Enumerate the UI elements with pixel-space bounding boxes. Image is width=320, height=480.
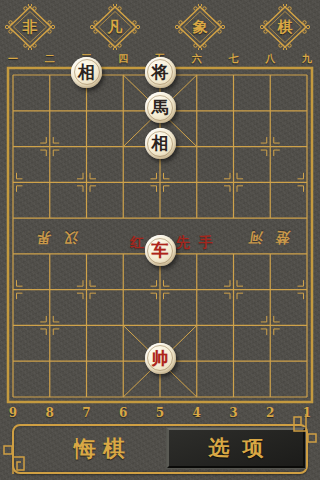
intersection-r3-c9[interactable] [289,164,320,200]
intersection-r6-c8[interactable] [252,272,289,308]
intersection-r1-c7[interactable] [215,93,252,129]
intersection-r1-c8[interactable] [252,93,289,129]
piece-glyph: 馬 [152,99,169,116]
intersection-r4-c6[interactable] [178,200,215,236]
screen: { "game": "xiangqi", "app": { "title": "… [0,0,320,480]
intersection-r6-c9[interactable] [289,272,320,308]
intersection-r9-c5[interactable] [142,379,179,415]
intersection-r4-c1[interactable] [0,200,31,236]
intersection-r8-c3[interactable] [68,343,105,379]
intersection-r5-c8[interactable] [252,236,289,272]
intersection-r2-c2[interactable] [31,129,68,165]
intersection-r3-c6[interactable] [178,164,215,200]
intersection-r0-c9[interactable] [289,57,320,93]
intersection-r3-c5[interactable] [142,164,179,200]
intersection-r1-c1[interactable] [0,93,31,129]
scroll-corner-left-icon [2,444,26,476]
intersection-r7-c6[interactable] [178,307,215,343]
intersection-r6-c6[interactable] [178,272,215,308]
intersection-r8-c8[interactable] [252,343,289,379]
intersection-r1-c4[interactable] [105,93,142,129]
intersection-r1-c2[interactable] [31,93,68,129]
intersection-r5-c2[interactable] [31,236,68,272]
intersection-r4-c8[interactable] [252,200,289,236]
intersection-r2-c1[interactable] [0,129,31,165]
intersection-r7-c7[interactable] [215,307,252,343]
piece-glyph: 相 [78,64,95,81]
intersection-r2-c7[interactable] [215,129,252,165]
intersection-r9-c1[interactable] [0,379,31,415]
intersection-r0-c1[interactable] [0,57,31,93]
intersection-r7-c3[interactable] [68,307,105,343]
intersection-r2-c8[interactable] [252,129,289,165]
piece-black-general[interactable]: 将 [145,57,176,88]
intersection-r9-c2[interactable] [31,379,68,415]
intersection-r7-c5[interactable] [142,307,179,343]
piece-black-elephant[interactable]: 相 [145,128,176,159]
piece-black-horse[interactable]: 馬 [145,92,176,123]
piece-glyph: 车 [152,242,169,259]
intersection-r7-c9[interactable] [289,307,320,343]
intersection-r4-c9[interactable] [289,200,320,236]
intersection-r1-c9[interactable] [289,93,320,129]
options-button[interactable]: 选项 [167,428,305,468]
intersection-r8-c9[interactable] [289,343,320,379]
piece-glyph: 帅 [152,350,169,367]
intersection-r6-c5[interactable] [142,272,179,308]
intersection-r3-c3[interactable] [68,164,105,200]
intersection-r5-c3[interactable] [68,236,105,272]
options-button-label: 选项 [209,434,277,462]
intersection-r5-c4[interactable] [105,236,142,272]
intersection-r6-c7[interactable] [215,272,252,308]
intersection-r0-c2[interactable] [31,57,68,93]
intersection-r3-c4[interactable] [105,164,142,200]
intersection-r2-c9[interactable] [289,129,320,165]
intersection-r5-c7[interactable] [215,236,252,272]
intersection-r9-c3[interactable] [68,379,105,415]
intersection-r8-c6[interactable] [178,343,215,379]
intersection-r0-c4[interactable] [105,57,142,93]
intersection-r1-c3[interactable] [68,93,105,129]
intersection-r2-c3[interactable] [68,129,105,165]
intersection-r3-c1[interactable] [0,164,31,200]
intersection-r4-c7[interactable] [215,200,252,236]
intersection-r4-c2[interactable] [31,200,68,236]
intersection-r8-c4[interactable] [105,343,142,379]
intersection-r4-c5[interactable] [142,200,179,236]
intersection-r2-c4[interactable] [105,129,142,165]
intersection-r8-c1[interactable] [0,343,31,379]
intersection-r6-c1[interactable] [0,272,31,308]
intersection-r9-c6[interactable] [178,379,215,415]
intersection-r7-c4[interactable] [105,307,142,343]
intersection-r9-c8[interactable] [252,379,289,415]
scroll-corner-right-icon [292,412,318,446]
intersection-r6-c2[interactable] [31,272,68,308]
intersection-r8-c2[interactable] [31,343,68,379]
intersection-r3-c7[interactable] [215,164,252,200]
intersection-r3-c2[interactable] [31,164,68,200]
intersection-r6-c3[interactable] [68,272,105,308]
intersection-r5-c1[interactable] [0,236,31,272]
intersection-r2-c6[interactable] [178,129,215,165]
intersection-r9-c4[interactable] [105,379,142,415]
piece-glyph: 相 [152,135,169,152]
intersection-r8-c7[interactable] [215,343,252,379]
piece-black-elephant[interactable]: 相 [71,57,102,88]
intersection-r4-c3[interactable] [68,200,105,236]
intersection-r5-c6[interactable] [178,236,215,272]
undo-button[interactable]: 悔棋 [74,434,132,464]
intersection-r0-c8[interactable] [252,57,289,93]
intersection-r7-c1[interactable] [0,307,31,343]
piece-red-general[interactable]: 帅 [145,343,176,374]
intersection-r0-c6[interactable] [178,57,215,93]
intersection-r6-c4[interactable] [105,272,142,308]
intersection-r1-c6[interactable] [178,93,215,129]
intersection-r7-c2[interactable] [31,307,68,343]
intersection-r0-c7[interactable] [215,57,252,93]
intersection-r9-c9[interactable] [289,379,320,415]
intersection-r7-c8[interactable] [252,307,289,343]
piece-red-chariot[interactable]: 车 [145,235,176,266]
intersection-r5-c9[interactable] [289,236,320,272]
intersection-r9-c7[interactable] [215,379,252,415]
piece-glyph: 将 [152,64,169,81]
intersection-r4-c4[interactable] [105,200,142,236]
intersection-r3-c8[interactable] [252,164,289,200]
